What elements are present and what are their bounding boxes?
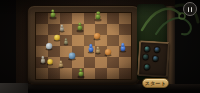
piece-green-1[interactable] (49, 9, 57, 19)
ball-piece (46, 43, 52, 49)
ball-piece (105, 49, 111, 55)
ball-piece (54, 34, 60, 40)
ball-piece (94, 33, 100, 39)
ball-piece (68, 52, 74, 58)
start-button[interactable]: スタート (142, 78, 169, 88)
game-scene: スタート (0, 0, 200, 93)
piece-blue-2[interactable] (119, 42, 127, 52)
piece-tan-small[interactable] (95, 46, 101, 54)
piece-yellow-1[interactable] (53, 31, 61, 41)
figure-body (96, 48, 100, 52)
figure-head (90, 44, 93, 47)
tray-ball[interactable] (145, 47, 150, 52)
ball-tray (137, 40, 170, 78)
piece-yellow-2[interactable] (46, 56, 53, 65)
start-button-label: スタート (145, 81, 167, 86)
floor-patch (0, 83, 28, 93)
ball-piece (47, 59, 52, 64)
figure-head (60, 24, 63, 27)
figure-body (78, 71, 83, 77)
tray-ball[interactable] (144, 64, 149, 69)
piece-orange-1[interactable] (93, 29, 101, 40)
piece-bluegray-ball[interactable] (67, 49, 76, 60)
figure-body (60, 26, 64, 30)
figure-body (89, 46, 94, 51)
figure-body (77, 25, 82, 31)
piece-khaki-small[interactable] (63, 38, 69, 45)
piece-green-2[interactable] (94, 11, 102, 21)
figure-body (41, 58, 45, 63)
tray-ball[interactable] (155, 47, 160, 52)
piece-gray-small[interactable] (58, 24, 64, 32)
piece-tan-small-2[interactable] (58, 60, 64, 68)
piece-silver-ball[interactable] (45, 39, 53, 50)
pause-icon (188, 7, 190, 12)
figure-body (96, 14, 101, 20)
figure-body (50, 12, 55, 18)
pause-icon (191, 7, 193, 12)
figure-body (121, 45, 126, 50)
table-front-edge (0, 84, 200, 93)
pieces-layer (36, 13, 131, 79)
tray-ball[interactable] (143, 54, 148, 59)
piece-gray-2[interactable] (40, 55, 47, 64)
piece-green-3[interactable] (76, 22, 84, 32)
tray-ball[interactable] (153, 56, 158, 61)
piece-green-4[interactable] (77, 68, 85, 78)
figure-head (59, 60, 62, 63)
piece-orange-2[interactable] (104, 45, 112, 56)
figure-head (64, 38, 66, 40)
pause-button[interactable] (183, 2, 197, 16)
